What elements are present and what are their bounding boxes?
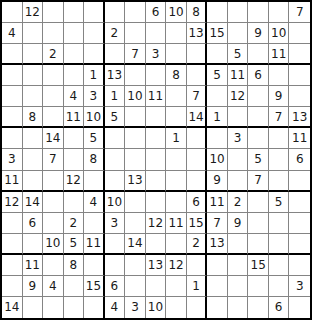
cell-r14c2[interactable]: 9	[23, 276, 44, 297]
cell-r10c8[interactable]	[146, 192, 167, 213]
cell-r7c10[interactable]	[187, 128, 208, 149]
cell-r4c13[interactable]: 6	[248, 65, 269, 86]
cell-r14c1[interactable]	[2, 276, 23, 297]
cell-r1c14[interactable]	[269, 2, 290, 23]
cell-r12c5[interactable]: 11	[84, 234, 105, 255]
cell-r13c6[interactable]	[105, 255, 126, 276]
cell-r9c7[interactable]: 13	[125, 171, 146, 192]
cell-r3c2[interactable]	[23, 44, 44, 65]
cell-r7c5[interactable]: 5	[84, 128, 105, 149]
cell-r4c5[interactable]: 1	[84, 65, 105, 86]
cell-r5c8[interactable]: 11	[146, 86, 167, 107]
cell-r2c9[interactable]	[166, 23, 187, 44]
cell-r10c6[interactable]: 10	[105, 192, 126, 213]
cell-r10c1[interactable]: 12	[2, 192, 23, 213]
cell-r1c3[interactable]	[43, 2, 64, 23]
cell-r3c6[interactable]	[105, 44, 126, 65]
cell-r11c5[interactable]	[84, 213, 105, 234]
cell-r10c7[interactable]	[125, 192, 146, 213]
cell-r9c13[interactable]: 7	[248, 171, 269, 192]
cell-r13c13[interactable]: 15	[248, 255, 269, 276]
cell-r5c3[interactable]	[43, 86, 64, 107]
cell-r4c9[interactable]: 8	[166, 65, 187, 86]
cell-r4c3[interactable]	[43, 65, 64, 86]
cell-r6c5[interactable]: 10	[84, 107, 105, 128]
cell-r1c13[interactable]	[248, 2, 269, 23]
cell-r4c15[interactable]	[289, 65, 310, 86]
cell-r12c7[interactable]: 14	[125, 234, 146, 255]
cell-r3c15[interactable]	[289, 44, 310, 65]
cell-r1c5[interactable]	[84, 2, 105, 23]
cell-r12c14[interactable]	[269, 234, 290, 255]
cell-r5c7[interactable]: 10	[125, 86, 146, 107]
cell-r15c8[interactable]: 10	[146, 297, 167, 318]
cell-r10c13[interactable]	[248, 192, 269, 213]
cell-r12c9[interactable]	[166, 234, 187, 255]
cell-r4c4[interactable]	[64, 65, 85, 86]
cell-r9c2[interactable]	[23, 171, 44, 192]
cell-r11c14[interactable]	[269, 213, 290, 234]
cell-r1c2[interactable]: 12	[23, 2, 44, 23]
cell-r15c2[interactable]	[23, 297, 44, 318]
cell-r10c5[interactable]: 4	[84, 192, 105, 213]
cell-r7c6[interactable]	[105, 128, 126, 149]
cell-r9c5[interactable]	[84, 171, 105, 192]
cell-r15c12[interactable]	[228, 297, 249, 318]
cell-r11c3[interactable]	[43, 213, 64, 234]
cell-r15c13[interactable]	[248, 297, 269, 318]
cell-r2c2[interactable]	[23, 23, 44, 44]
cell-r3c13[interactable]	[248, 44, 269, 65]
cell-r14c3[interactable]: 4	[43, 276, 64, 297]
cell-r15c14[interactable]: 6	[269, 297, 290, 318]
cell-r5c12[interactable]: 12	[228, 86, 249, 107]
cell-r12c13[interactable]	[248, 234, 269, 255]
cell-r7c15[interactable]: 11	[289, 128, 310, 149]
cell-r1c10[interactable]: 8	[187, 2, 208, 23]
cell-r3c5[interactable]	[84, 44, 105, 65]
cell-r1c6[interactable]	[105, 2, 126, 23]
cell-r2c14[interactable]: 10	[269, 23, 290, 44]
cell-r4c6[interactable]: 13	[105, 65, 126, 86]
cell-r9c15[interactable]	[289, 171, 310, 192]
sudoku-board: 1261087421315910273511113851164311011712…	[0, 0, 312, 320]
cell-r7c7[interactable]	[125, 128, 146, 149]
cell-r1c4[interactable]	[64, 2, 85, 23]
cell-r11c6[interactable]: 3	[105, 213, 126, 234]
cell-r5c11[interactable]	[207, 86, 228, 107]
cell-r8c10[interactable]	[187, 149, 208, 170]
cell-r13c14[interactable]	[269, 255, 290, 276]
cell-r13c8[interactable]: 13	[146, 255, 167, 276]
cell-r3c14[interactable]: 11	[269, 44, 290, 65]
cell-r13c9[interactable]: 12	[166, 255, 187, 276]
cell-r13c3[interactable]	[43, 255, 64, 276]
cell-r13c5[interactable]	[84, 255, 105, 276]
cell-r3c1[interactable]	[2, 44, 23, 65]
cell-r14c4[interactable]	[64, 276, 85, 297]
cell-r14c15[interactable]: 3	[289, 276, 310, 297]
cell-r5c6[interactable]: 1	[105, 86, 126, 107]
cell-r8c11[interactable]: 10	[207, 149, 228, 170]
cell-r3c4[interactable]	[64, 44, 85, 65]
cell-r10c2[interactable]: 14	[23, 192, 44, 213]
cell-r15c11[interactable]	[207, 297, 228, 318]
cell-r2c10[interactable]: 13	[187, 23, 208, 44]
cell-r6c10[interactable]: 14	[187, 107, 208, 128]
cell-r8c2[interactable]	[23, 149, 44, 170]
cell-r11c11[interactable]: 7	[207, 213, 228, 234]
cell-r8c1[interactable]: 3	[2, 149, 23, 170]
cell-r11c4[interactable]: 2	[64, 213, 85, 234]
cell-r14c13[interactable]	[248, 276, 269, 297]
cell-r9c12[interactable]	[228, 171, 249, 192]
cell-r13c4[interactable]: 8	[64, 255, 85, 276]
cell-r9c8[interactable]	[146, 171, 167, 192]
cell-r5c4[interactable]: 4	[64, 86, 85, 107]
cell-r14c6[interactable]: 6	[105, 276, 126, 297]
cell-r8c3[interactable]: 7	[43, 149, 64, 170]
cell-r8c15[interactable]: 6	[289, 149, 310, 170]
cell-r5c13[interactable]	[248, 86, 269, 107]
cell-r5c1[interactable]	[2, 86, 23, 107]
cell-r15c7[interactable]: 3	[125, 297, 146, 318]
cell-r14c11[interactable]	[207, 276, 228, 297]
cell-r12c1[interactable]	[2, 234, 23, 255]
cell-r11c10[interactable]: 15	[187, 213, 208, 234]
cell-r5c15[interactable]	[289, 86, 310, 107]
cell-r2c15[interactable]	[289, 23, 310, 44]
cell-r4c10[interactable]	[187, 65, 208, 86]
cell-r3c7[interactable]: 7	[125, 44, 146, 65]
cell-r9c6[interactable]	[105, 171, 126, 192]
cell-r5c14[interactable]: 9	[269, 86, 290, 107]
cell-r11c13[interactable]	[248, 213, 269, 234]
cell-r11c2[interactable]: 6	[23, 213, 44, 234]
cell-r2c8[interactable]	[146, 23, 167, 44]
cell-r4c1[interactable]	[2, 65, 23, 86]
cell-r12c10[interactable]: 2	[187, 234, 208, 255]
cell-r12c2[interactable]	[23, 234, 44, 255]
cell-r14c10[interactable]: 1	[187, 276, 208, 297]
cell-r8c4[interactable]	[64, 149, 85, 170]
cell-r9c14[interactable]	[269, 171, 290, 192]
cell-r2c7[interactable]	[125, 23, 146, 44]
cell-r2c6[interactable]: 2	[105, 23, 126, 44]
cell-r8c13[interactable]: 5	[248, 149, 269, 170]
cell-r8c12[interactable]	[228, 149, 249, 170]
cell-r1c12[interactable]	[228, 2, 249, 23]
cell-r4c12[interactable]: 11	[228, 65, 249, 86]
cell-r4c14[interactable]	[269, 65, 290, 86]
cell-r3c10[interactable]	[187, 44, 208, 65]
cell-r4c2[interactable]	[23, 65, 44, 86]
cell-r15c6[interactable]: 4	[105, 297, 126, 318]
cell-r7c4[interactable]	[64, 128, 85, 149]
cell-r7c2[interactable]	[23, 128, 44, 149]
cell-r7c14[interactable]	[269, 128, 290, 149]
cell-r12c12[interactable]	[228, 234, 249, 255]
cell-r2c4[interactable]	[64, 23, 85, 44]
cell-r9c11[interactable]: 9	[207, 171, 228, 192]
cell-r10c4[interactable]	[64, 192, 85, 213]
cell-r2c5[interactable]	[84, 23, 105, 44]
cell-r1c1[interactable]	[2, 2, 23, 23]
cell-r9c1[interactable]: 11	[2, 171, 23, 192]
cell-r10c11[interactable]: 11	[207, 192, 228, 213]
cell-r2c11[interactable]: 15	[207, 23, 228, 44]
cell-r15c4[interactable]	[64, 297, 85, 318]
cell-r12c11[interactable]: 13	[207, 234, 228, 255]
cell-r9c4[interactable]: 12	[64, 171, 85, 192]
cell-r7c11[interactable]	[207, 128, 228, 149]
cell-r12c15[interactable]	[289, 234, 310, 255]
cell-r6c8[interactable]	[146, 107, 167, 128]
cell-r1c11[interactable]	[207, 2, 228, 23]
cell-r14c9[interactable]	[166, 276, 187, 297]
page: 1261087421315910273511113851164311011712…	[0, 0, 312, 320]
cell-r5c2[interactable]	[23, 86, 44, 107]
cell-r8c5[interactable]: 8	[84, 149, 105, 170]
cell-r1c9[interactable]: 10	[166, 2, 187, 23]
cell-r11c12[interactable]: 9	[228, 213, 249, 234]
cell-r14c8[interactable]	[146, 276, 167, 297]
cell-r1c15[interactable]: 7	[289, 2, 310, 23]
cell-r8c7[interactable]	[125, 149, 146, 170]
cell-r11c9[interactable]: 11	[166, 213, 187, 234]
cell-r13c10[interactable]	[187, 255, 208, 276]
cell-r7c8[interactable]	[146, 128, 167, 149]
cell-r8c6[interactable]	[105, 149, 126, 170]
cell-r1c8[interactable]: 6	[146, 2, 167, 23]
cell-r4c7[interactable]	[125, 65, 146, 86]
cell-r7c9[interactable]: 1	[166, 128, 187, 149]
cell-r9c9[interactable]	[166, 171, 187, 192]
cell-r13c15[interactable]	[289, 255, 310, 276]
cell-r15c9[interactable]	[166, 297, 187, 318]
cell-r10c12[interactable]: 2	[228, 192, 249, 213]
cell-r7c3[interactable]: 14	[43, 128, 64, 149]
cell-r11c8[interactable]: 12	[146, 213, 167, 234]
cell-r3c12[interactable]: 5	[228, 44, 249, 65]
cell-r6c12[interactable]	[228, 107, 249, 128]
cell-r2c1[interactable]: 4	[2, 23, 23, 44]
cell-r6c15[interactable]: 13	[289, 107, 310, 128]
cell-r10c14[interactable]: 5	[269, 192, 290, 213]
cell-r7c13[interactable]	[248, 128, 269, 149]
cell-r13c1[interactable]	[2, 255, 23, 276]
cell-r5c10[interactable]: 7	[187, 86, 208, 107]
cell-r11c7[interactable]	[125, 213, 146, 234]
cell-r15c1[interactable]: 14	[2, 297, 23, 318]
cell-r2c13[interactable]: 9	[248, 23, 269, 44]
cell-r11c15[interactable]	[289, 213, 310, 234]
cell-r3c8[interactable]: 3	[146, 44, 167, 65]
cell-r6c3[interactable]	[43, 107, 64, 128]
cell-r15c15[interactable]	[289, 297, 310, 318]
cell-r5c5[interactable]: 3	[84, 86, 105, 107]
cell-r9c10[interactable]	[187, 171, 208, 192]
cell-r5c9[interactable]	[166, 86, 187, 107]
cell-r6c7[interactable]	[125, 107, 146, 128]
cell-r6c9[interactable]	[166, 107, 187, 128]
cell-r4c8[interactable]	[146, 65, 167, 86]
cell-r12c3[interactable]: 10	[43, 234, 64, 255]
cell-r8c14[interactable]	[269, 149, 290, 170]
cell-r12c8[interactable]	[146, 234, 167, 255]
cell-r15c3[interactable]	[43, 297, 64, 318]
cell-r3c11[interactable]	[207, 44, 228, 65]
cell-r11c1[interactable]	[2, 213, 23, 234]
cell-r12c6[interactable]	[105, 234, 126, 255]
cell-r6c6[interactable]: 5	[105, 107, 126, 128]
cell-r8c8[interactable]	[146, 149, 167, 170]
cell-r13c7[interactable]	[125, 255, 146, 276]
cell-r13c11[interactable]	[207, 255, 228, 276]
cell-r15c10[interactable]	[187, 297, 208, 318]
cell-r6c1[interactable]	[2, 107, 23, 128]
cell-r10c10[interactable]: 6	[187, 192, 208, 213]
cell-r3c9[interactable]	[166, 44, 187, 65]
cell-r8c9[interactable]	[166, 149, 187, 170]
cell-r9c3[interactable]	[43, 171, 64, 192]
cell-r1c7[interactable]	[125, 2, 146, 23]
cell-r6c4[interactable]: 11	[64, 107, 85, 128]
cell-r15c5[interactable]	[84, 297, 105, 318]
cell-r14c14[interactable]	[269, 276, 290, 297]
cell-r13c2[interactable]: 11	[23, 255, 44, 276]
cell-r6c2[interactable]: 8	[23, 107, 44, 128]
cell-r12c4[interactable]: 5	[64, 234, 85, 255]
cell-r4c11[interactable]: 5	[207, 65, 228, 86]
cell-r14c7[interactable]	[125, 276, 146, 297]
cell-r10c15[interactable]	[289, 192, 310, 213]
cell-r13c12[interactable]	[228, 255, 249, 276]
cell-r6c13[interactable]	[248, 107, 269, 128]
cell-r14c12[interactable]	[228, 276, 249, 297]
cell-r6c11[interactable]: 1	[207, 107, 228, 128]
cell-r10c9[interactable]	[166, 192, 187, 213]
cell-r10c3[interactable]	[43, 192, 64, 213]
cell-r14c5[interactable]: 15	[84, 276, 105, 297]
cell-r2c3[interactable]	[43, 23, 64, 44]
cell-r7c1[interactable]	[2, 128, 23, 149]
cell-r6c14[interactable]: 7	[269, 107, 290, 128]
cell-r7c12[interactable]: 3	[228, 128, 249, 149]
cell-r2c12[interactable]	[228, 23, 249, 44]
cell-r3c3[interactable]: 2	[43, 44, 64, 65]
